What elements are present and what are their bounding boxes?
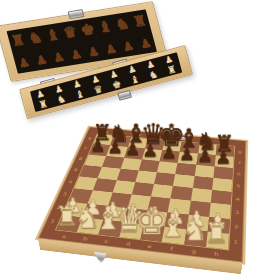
stored-black-pawn: ♟ <box>17 56 31 69</box>
square-g5 <box>192 176 213 190</box>
stored-black-pawn: ♟ <box>87 45 101 58</box>
lid-clasp <box>68 9 85 19</box>
black-pawn: ♟ <box>107 138 123 156</box>
square-b5 <box>98 167 121 180</box>
square-h7: ♟ <box>214 155 233 168</box>
stored-black-pawn: ♟ <box>52 50 66 63</box>
rank-label-3: 3 <box>230 205 245 220</box>
black-pawn: ♟ <box>143 141 159 159</box>
stored-black-pawn: ♟ <box>121 39 135 52</box>
square-e7: ♟ <box>160 150 180 162</box>
stored-black-pawn: ♟ <box>104 42 118 55</box>
stored-white-bishop: ♝ <box>129 74 140 86</box>
square-h6 <box>213 166 233 179</box>
rank-label-1: 1 <box>228 234 244 252</box>
product-photo: ♜♞♝♛♚♝♞♜♟♟♟♟♟♟♟♟ ♟♟♟♟♟♟♟♟♜♞♝♛♚♝♞♜ abcdef… <box>0 0 280 280</box>
stored-black-bishop: ♝ <box>97 19 114 36</box>
chess-board: abcdefgh abcdefgh 87654321 87654321 ♜♞♝♛… <box>35 126 248 265</box>
square-d4 <box>131 182 154 197</box>
black-pawn: ♟ <box>161 143 177 161</box>
square-h5 <box>212 178 232 192</box>
square-g7: ♟ <box>196 154 216 167</box>
black-pawn: ♟ <box>179 145 195 163</box>
stored-black-pawn: ♟ <box>69 48 83 61</box>
stored-black-rook: ♜ <box>131 14 148 31</box>
stored-black-queen: ♛ <box>62 25 79 42</box>
square-a4 <box>74 176 98 190</box>
square-e6 <box>157 161 178 174</box>
square-c5 <box>116 169 138 183</box>
square-f7: ♟ <box>178 152 198 164</box>
stored-black-rook: ♜ <box>10 33 27 50</box>
stored-black-pawn: ♟ <box>139 37 153 50</box>
rank-label-2: 2 <box>229 219 244 235</box>
square-g4 <box>190 188 211 203</box>
white-rook: ♜ <box>205 220 230 248</box>
stored-black-king: ♚ <box>79 22 96 39</box>
square-f5 <box>173 174 194 188</box>
stored-white-rook: ♜ <box>38 98 49 110</box>
black-pawn: ♟ <box>90 136 106 154</box>
stored-black-knight: ♞ <box>114 16 131 33</box>
black-pawn: ♟ <box>125 140 141 158</box>
stored-white-king: ♚ <box>111 78 122 90</box>
board-scene: abcdefgh abcdefgh 87654321 87654321 ♜♞♝♛… <box>62 92 246 276</box>
stored-white-knight: ♞ <box>148 69 159 81</box>
black-pawn: ♟ <box>216 148 232 166</box>
black-pawn: ♟ <box>197 146 213 164</box>
board-clasp <box>92 252 109 265</box>
square-e5 <box>154 172 175 186</box>
square-h1: ♜ <box>206 231 229 249</box>
stored-black-knight: ♞ <box>27 30 44 47</box>
stored-white-rook: ♜ <box>166 64 177 76</box>
stored-black-bishop: ♝ <box>44 27 61 44</box>
stored-black-pawn: ♟ <box>34 53 48 66</box>
